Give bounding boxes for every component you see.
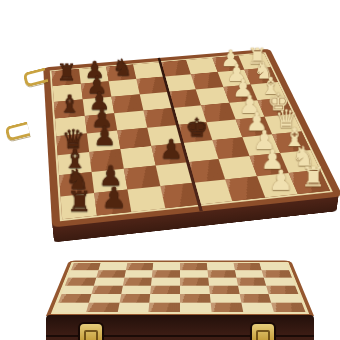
lid-square	[180, 278, 209, 286]
board-square	[212, 137, 249, 159]
product-photo-canvas: ♜♟♞♟♜♟♟♞♝♟♟♝♟♟♚♛♟♚♟♛♝♟♟♝♞♟♟♞♜♟♟♜	[0, 0, 340, 340]
lid-square	[208, 278, 238, 286]
lid-square	[149, 303, 180, 312]
black-pawn-piece: ♟	[84, 58, 105, 81]
lid-square	[125, 263, 153, 270]
black-knight-piece: ♞	[112, 56, 133, 79]
lid-square	[124, 270, 153, 277]
lid-square	[239, 294, 271, 303]
lid-square	[91, 286, 122, 294]
box-checker-pattern	[55, 263, 306, 312]
lid-square	[94, 278, 124, 286]
board-square	[196, 87, 230, 105]
lid-square	[119, 294, 150, 303]
box-lid-top	[46, 196, 314, 316]
lid-square	[210, 303, 242, 312]
lid-square	[55, 303, 89, 312]
board-square: ♚	[257, 98, 293, 117]
lid-square	[266, 286, 298, 294]
white-bishop-piece: ♝	[283, 124, 306, 150]
lid-square	[121, 286, 151, 294]
board-square: ♝	[54, 99, 85, 118]
board-square	[117, 128, 151, 149]
lid-square	[68, 270, 98, 277]
lid-square	[236, 278, 266, 286]
lid-square	[62, 286, 94, 294]
lid-square	[98, 263, 127, 270]
lid-square	[238, 286, 269, 294]
lid-square	[86, 303, 119, 312]
black-rook-piece: ♜	[56, 61, 77, 84]
board-square	[143, 108, 177, 128]
lid-square	[207, 270, 236, 277]
board-square: ♚	[177, 122, 212, 143]
board-square	[89, 149, 124, 172]
lid-square	[65, 278, 96, 286]
board-square: ♞	[59, 172, 94, 197]
lid-square	[235, 270, 264, 277]
board-square: ♟	[83, 97, 114, 116]
lid-square	[153, 263, 180, 270]
box-front-panel	[46, 315, 314, 340]
lid-square	[180, 286, 210, 294]
board-square: ♛	[265, 114, 302, 134]
lid-square	[180, 263, 207, 270]
lid-square	[180, 294, 210, 303]
lid-square	[150, 294, 180, 303]
lid-square	[151, 278, 180, 286]
board-square	[147, 125, 182, 146]
closed-box-view	[46, 196, 314, 340]
open-board-view: ♜♟♞♟♜♟♟♞♝♟♟♝♟♟♚♛♟♚♟♛♝♟♟♝♞♟♟♞♜♟♟♜	[22, 0, 322, 203]
lid-square	[180, 270, 208, 277]
lid-square	[271, 303, 305, 312]
lid-square	[264, 278, 295, 286]
lid-square	[96, 270, 125, 277]
box-lid-surface	[46, 260, 314, 316]
board-square: ♟	[151, 143, 187, 165]
lid-square	[117, 303, 149, 312]
lid-square	[207, 263, 235, 270]
lid-square	[152, 270, 180, 277]
lid-square	[150, 286, 180, 294]
lid-square	[180, 303, 211, 312]
lid-square	[260, 263, 289, 270]
lid-square	[262, 270, 292, 277]
lid-square	[58, 294, 91, 303]
lid-square	[89, 294, 121, 303]
lid-square	[122, 278, 152, 286]
lid-square	[241, 303, 274, 312]
lid-square	[233, 263, 262, 270]
board-square: ♛	[56, 133, 89, 155]
white-pawn-piece: ♟	[221, 47, 241, 70]
lid-square	[209, 286, 239, 294]
lid-square	[269, 294, 302, 303]
brass-clasp-right-icon	[252, 324, 274, 340]
lid-square	[71, 263, 100, 270]
board-square: ♝	[272, 132, 310, 154]
lid-square	[210, 294, 241, 303]
white-rook-piece: ♜	[247, 45, 267, 68]
brass-clasp-left-icon	[80, 324, 102, 340]
